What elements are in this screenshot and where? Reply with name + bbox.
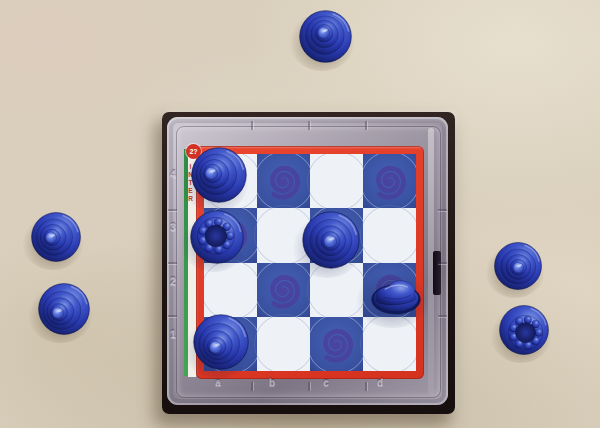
rank-label-4: 4 bbox=[166, 169, 180, 181]
cell-b4[interactable] bbox=[257, 154, 310, 208]
spiral-motif bbox=[310, 317, 363, 371]
lid-notch bbox=[365, 121, 367, 130]
piece-offboard-1[interactable] bbox=[30, 211, 82, 263]
cell-c4[interactable] bbox=[310, 154, 363, 208]
spiral-motif bbox=[257, 263, 310, 317]
table-surface: 2? INTER 4321abcd bbox=[0, 0, 600, 428]
lid-notch bbox=[438, 315, 447, 317]
piece-a4[interactable] bbox=[190, 146, 248, 204]
piece-a3[interactable] bbox=[189, 209, 245, 265]
circle-motif bbox=[254, 314, 314, 371]
file-label-c: c bbox=[319, 377, 333, 389]
piece-offboard-4[interactable] bbox=[498, 304, 550, 356]
cell-b1[interactable] bbox=[257, 317, 310, 371]
file-label-d: d bbox=[373, 377, 387, 389]
latch-slot[interactable] bbox=[433, 251, 441, 295]
rank-label-1: 1 bbox=[166, 329, 180, 341]
lid-notch bbox=[168, 315, 177, 317]
cell-d3[interactable] bbox=[363, 208, 416, 262]
lid-notch bbox=[438, 209, 447, 211]
circle-motif bbox=[307, 154, 367, 211]
cell-b2[interactable] bbox=[257, 263, 310, 317]
swirl-top-piece-graphic bbox=[30, 211, 82, 263]
swirl-top-piece-graphic bbox=[189, 209, 245, 265]
swirl-top-piece-graphic bbox=[190, 146, 248, 204]
rank-label-3: 3 bbox=[166, 222, 180, 234]
piece-c3[interactable] bbox=[301, 210, 361, 270]
piece-offboard-3[interactable] bbox=[493, 241, 543, 291]
rank-label-2: 2 bbox=[166, 276, 180, 288]
piece-d2[interactable] bbox=[364, 267, 428, 321]
file-label-b: b bbox=[265, 377, 279, 389]
lid-notch bbox=[308, 382, 310, 391]
swirl-top-piece-graphic bbox=[298, 9, 353, 64]
lid-notch bbox=[365, 382, 367, 391]
piece-offboard-2[interactable] bbox=[37, 282, 91, 336]
lid-notch bbox=[168, 209, 177, 211]
swirl-top-piece-graphic bbox=[498, 304, 550, 356]
swirl-top-piece-graphic bbox=[37, 282, 91, 336]
spiral-motif bbox=[257, 154, 310, 208]
lid-notch bbox=[251, 121, 253, 130]
lid-notch bbox=[168, 262, 177, 264]
circle-motif bbox=[360, 205, 417, 265]
swirl-top-piece-graphic bbox=[493, 241, 543, 291]
swirl-top-piece-graphic bbox=[364, 267, 428, 321]
file-label-a: a bbox=[211, 377, 225, 389]
lid-notch bbox=[308, 121, 310, 130]
swirl-top-piece-graphic bbox=[192, 313, 250, 371]
piece-offboard-0[interactable] bbox=[298, 9, 353, 64]
cell-c1[interactable] bbox=[310, 317, 363, 371]
cell-d4[interactable] bbox=[363, 154, 416, 208]
swirl-top-piece-graphic bbox=[301, 210, 361, 270]
lid-notch bbox=[251, 382, 253, 391]
piece-a1[interactable] bbox=[192, 313, 250, 371]
spiral-motif bbox=[363, 154, 416, 208]
lid-notch bbox=[438, 262, 447, 264]
